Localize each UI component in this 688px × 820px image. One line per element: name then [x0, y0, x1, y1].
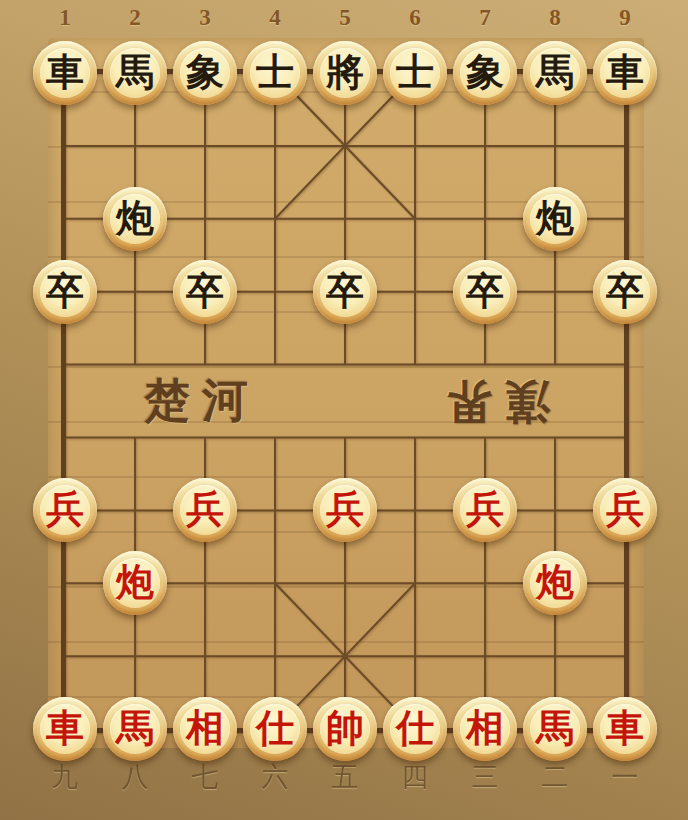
piece-face: 仕: [250, 704, 300, 754]
file-label-top-1: 1: [59, 5, 71, 31]
piece-black-chariot[interactable]: 車: [33, 41, 97, 105]
river-label-left: 楚河: [132, 370, 260, 432]
piece-face: 卒: [600, 267, 650, 317]
piece-face: 士: [250, 48, 300, 98]
xiangqi-app: 123456789 九八七六五四三二一 楚河 漢界 車馬象士將士象馬車炮炮卒卒卒…: [0, 0, 688, 820]
file-label-top-2: 2: [129, 5, 141, 31]
file-label-bottom-9: 一: [612, 759, 639, 795]
piece-glyph: 車: [606, 53, 644, 91]
file-label-bottom-8: 二: [542, 759, 569, 795]
file-label-bottom-5: 五: [332, 759, 359, 795]
piece-face: 卒: [180, 267, 230, 317]
piece-face: 馬: [530, 48, 580, 98]
piece-face: 車: [600, 48, 650, 98]
piece-face: 兵: [180, 485, 230, 535]
piece-face: 相: [460, 704, 510, 754]
piece-glyph: 馬: [536, 709, 574, 747]
piece-face: 卒: [460, 267, 510, 317]
piece-face: 馬: [110, 48, 160, 98]
piece-face: 象: [180, 48, 230, 98]
piece-glyph: 仕: [396, 709, 434, 747]
piece-black-cannon[interactable]: 炮: [523, 187, 587, 251]
piece-face: 馬: [110, 704, 160, 754]
piece-glyph: 象: [466, 53, 504, 91]
piece-glyph: 車: [606, 709, 644, 747]
piece-face: 相: [180, 704, 230, 754]
piece-glyph: 將: [326, 53, 364, 91]
piece-red-advisor[interactable]: 仕: [383, 697, 447, 761]
piece-black-general[interactable]: 將: [313, 41, 377, 105]
piece-face: 將: [320, 48, 370, 98]
piece-glyph: 士: [396, 53, 434, 91]
piece-glyph: 卒: [466, 272, 504, 310]
piece-red-soldier[interactable]: 兵: [33, 478, 97, 542]
file-label-bottom-4: 六: [262, 759, 289, 795]
piece-face: 炮: [110, 194, 160, 244]
piece-red-elephant[interactable]: 相: [453, 697, 517, 761]
piece-face: 炮: [530, 194, 580, 244]
piece-red-cannon[interactable]: 炮: [103, 551, 167, 615]
piece-face: 象: [460, 48, 510, 98]
piece-face: 兵: [600, 485, 650, 535]
piece-face: 車: [600, 704, 650, 754]
piece-black-soldier[interactable]: 卒: [593, 260, 657, 324]
file-label-top-6: 6: [409, 5, 421, 31]
piece-glyph: 炮: [116, 199, 154, 237]
piece-red-soldier[interactable]: 兵: [593, 478, 657, 542]
piece-black-chariot[interactable]: 車: [593, 41, 657, 105]
piece-red-cannon[interactable]: 炮: [523, 551, 587, 615]
piece-red-elephant[interactable]: 相: [173, 697, 237, 761]
file-label-top-7: 7: [479, 5, 491, 31]
piece-red-horse[interactable]: 馬: [103, 697, 167, 761]
piece-face: 帥: [320, 704, 370, 754]
file-label-bottom-2: 八: [122, 759, 149, 795]
file-label-top-3: 3: [199, 5, 211, 31]
piece-black-horse[interactable]: 馬: [523, 41, 587, 105]
piece-glyph: 炮: [116, 563, 154, 601]
piece-glyph: 馬: [116, 53, 154, 91]
file-label-top-4: 4: [269, 5, 281, 31]
piece-red-advisor[interactable]: 仕: [243, 697, 307, 761]
piece-red-soldier[interactable]: 兵: [453, 478, 517, 542]
piece-glyph: 兵: [326, 490, 364, 528]
piece-glyph: 馬: [116, 709, 154, 747]
piece-glyph: 兵: [606, 490, 644, 528]
piece-glyph: 兵: [46, 490, 84, 528]
piece-glyph: 兵: [186, 490, 224, 528]
piece-glyph: 相: [186, 709, 224, 747]
piece-face: 車: [40, 704, 90, 754]
piece-black-advisor[interactable]: 士: [383, 41, 447, 105]
piece-black-soldier[interactable]: 卒: [173, 260, 237, 324]
piece-glyph: 車: [46, 53, 84, 91]
piece-black-cannon[interactable]: 炮: [103, 187, 167, 251]
piece-face: 士: [390, 48, 440, 98]
piece-red-general[interactable]: 帥: [313, 697, 377, 761]
file-label-bottom-3: 七: [192, 759, 219, 795]
file-label-bottom-6: 四: [402, 759, 429, 795]
piece-glyph: 卒: [326, 272, 364, 310]
piece-red-chariot[interactable]: 車: [33, 697, 97, 761]
piece-red-soldier[interactable]: 兵: [313, 478, 377, 542]
piece-glyph: 卒: [606, 272, 644, 310]
piece-face: 炮: [530, 558, 580, 608]
piece-glyph: 馬: [536, 53, 574, 91]
piece-glyph: 兵: [466, 490, 504, 528]
piece-glyph: 象: [186, 53, 224, 91]
piece-glyph: 卒: [46, 272, 84, 310]
piece-face: 仕: [390, 704, 440, 754]
piece-glyph: 仕: [256, 709, 294, 747]
piece-face: 兵: [460, 485, 510, 535]
piece-black-elephant[interactable]: 象: [173, 41, 237, 105]
piece-face: 卒: [40, 267, 90, 317]
piece-black-soldier[interactable]: 卒: [313, 260, 377, 324]
piece-black-advisor[interactable]: 士: [243, 41, 307, 105]
river-label-right: 漢界: [434, 370, 562, 432]
piece-face: 炮: [110, 558, 160, 608]
file-label-bottom-1: 九: [52, 759, 79, 795]
piece-black-soldier[interactable]: 卒: [453, 260, 517, 324]
piece-black-elephant[interactable]: 象: [453, 41, 517, 105]
piece-red-chariot[interactable]: 車: [593, 697, 657, 761]
piece-glyph: 帥: [326, 709, 364, 747]
piece-glyph: 炮: [536, 199, 574, 237]
piece-glyph: 炮: [536, 563, 574, 601]
piece-red-soldier[interactable]: 兵: [173, 478, 237, 542]
file-label-top-8: 8: [549, 5, 561, 31]
piece-glyph: 車: [46, 709, 84, 747]
piece-black-horse[interactable]: 馬: [103, 41, 167, 105]
file-label-top-5: 5: [339, 5, 351, 31]
piece-face: 兵: [40, 485, 90, 535]
piece-face: 車: [40, 48, 90, 98]
file-label-bottom-7: 三: [472, 759, 499, 795]
piece-glyph: 相: [466, 709, 504, 747]
piece-glyph: 士: [256, 53, 294, 91]
piece-black-soldier[interactable]: 卒: [33, 260, 97, 324]
piece-face: 卒: [320, 267, 370, 317]
piece-red-horse[interactable]: 馬: [523, 697, 587, 761]
piece-glyph: 卒: [186, 272, 224, 310]
piece-face: 馬: [530, 704, 580, 754]
file-label-top-9: 9: [619, 5, 631, 31]
piece-face: 兵: [320, 485, 370, 535]
